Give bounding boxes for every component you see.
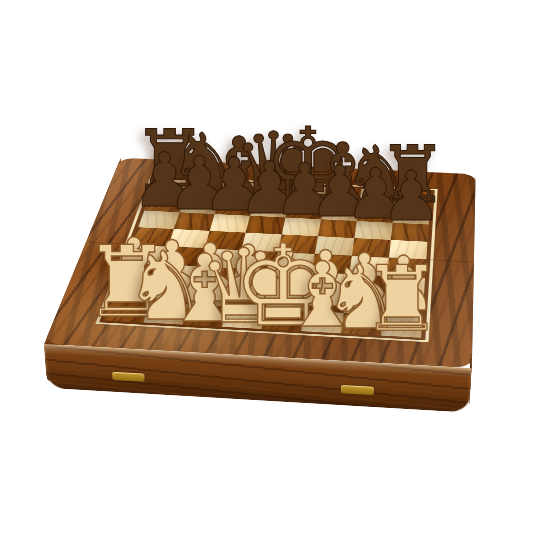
square-d3 bbox=[232, 268, 274, 289]
square-f4 bbox=[312, 254, 352, 274]
square-h4 bbox=[387, 258, 426, 278]
square-e4 bbox=[274, 252, 315, 272]
square-c7 bbox=[215, 198, 254, 216]
square-a2 bbox=[112, 281, 157, 302]
square-f1 bbox=[301, 311, 344, 334]
chess-box bbox=[44, 158, 476, 368]
square-b8 bbox=[185, 180, 224, 197]
square-f2 bbox=[305, 291, 347, 313]
brass-clasp-left-icon bbox=[112, 372, 145, 382]
square-d8 bbox=[254, 184, 292, 201]
square-g5 bbox=[352, 238, 391, 258]
square-c8 bbox=[219, 182, 258, 199]
square-c4 bbox=[199, 248, 241, 268]
brass-clasp-right-icon bbox=[341, 385, 374, 395]
square-c3 bbox=[194, 266, 237, 287]
square-g7 bbox=[357, 205, 395, 223]
square-h7 bbox=[393, 206, 430, 224]
square-a7 bbox=[144, 194, 184, 212]
square-g2 bbox=[344, 293, 385, 315]
square-f7 bbox=[321, 203, 359, 221]
square-b2 bbox=[150, 283, 194, 304]
square-g1 bbox=[341, 313, 383, 336]
square-f3 bbox=[308, 272, 349, 293]
square-h5 bbox=[389, 240, 427, 260]
square-h6 bbox=[391, 223, 429, 242]
square-g3 bbox=[347, 274, 388, 295]
square-c6 bbox=[210, 214, 250, 233]
square-h1 bbox=[381, 315, 423, 338]
square-e1 bbox=[261, 309, 304, 332]
square-g6 bbox=[354, 221, 392, 240]
square-e7 bbox=[285, 201, 324, 219]
square-h2 bbox=[383, 295, 424, 317]
square-a6 bbox=[138, 211, 179, 229]
square-f8 bbox=[324, 187, 361, 205]
square-e8 bbox=[289, 185, 327, 203]
square-b1 bbox=[143, 302, 188, 324]
square-e2 bbox=[266, 289, 308, 311]
square-b3 bbox=[156, 264, 199, 285]
square-g8 bbox=[359, 189, 396, 207]
photo-stage bbox=[0, 0, 533, 533]
square-d6 bbox=[246, 216, 286, 235]
square-d7 bbox=[250, 199, 289, 217]
square-h8 bbox=[394, 190, 430, 208]
square-d2 bbox=[227, 287, 270, 309]
square-c2 bbox=[188, 285, 232, 307]
square-f5 bbox=[315, 236, 355, 256]
square-a4 bbox=[125, 245, 168, 265]
square-c1 bbox=[183, 304, 227, 326]
square-a8 bbox=[150, 179, 190, 196]
square-a3 bbox=[119, 262, 163, 283]
board-border-inlay bbox=[95, 176, 437, 343]
square-b4 bbox=[162, 246, 204, 266]
square-d1 bbox=[222, 307, 266, 329]
square-b6 bbox=[174, 212, 215, 231]
board-top-surface bbox=[44, 158, 476, 368]
square-h3 bbox=[385, 276, 425, 297]
square-g4 bbox=[349, 256, 389, 276]
square-e6 bbox=[282, 218, 321, 237]
product-photo-background: ♜♞♝♛♚♝♞♜♟♟♟♟♟♟♟♟♟♟♟♟♟♟♟♟♜♞♝♛♚♝♞♜ bbox=[0, 0, 533, 533]
square-f6 bbox=[318, 219, 357, 238]
square-d4 bbox=[237, 250, 278, 270]
square-a1 bbox=[104, 300, 150, 322]
chess-board bbox=[104, 179, 431, 338]
square-b7 bbox=[179, 196, 219, 214]
square-e3 bbox=[270, 270, 312, 291]
